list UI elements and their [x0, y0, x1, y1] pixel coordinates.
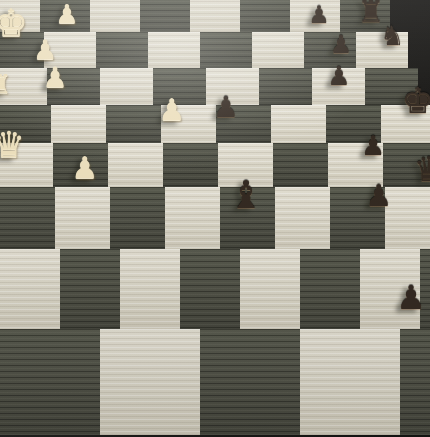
chess-square-h6 — [240, 0, 290, 32]
chess-piece-black-bishop-c5: ♝ — [229, 176, 263, 214]
chess-piece-black-pawn-d7-d7: ♟ — [361, 132, 385, 159]
chess-square-a2 — [100, 329, 200, 435]
chess-square-c1 — [0, 187, 55, 249]
chess-piece-white-queen-d1: ♛ — [0, 127, 25, 163]
chess-square-c2 — [55, 187, 110, 249]
chess-square-h5 — [190, 0, 240, 32]
chess-square-f3 — [100, 68, 153, 105]
chess-square-e3 — [106, 105, 161, 143]
chess-square-a5 — [400, 329, 430, 435]
chess-square-g6 — [252, 32, 304, 68]
chess-piece-white-rook-f1: ♜ — [0, 71, 12, 97]
chess-square-h4 — [140, 0, 190, 32]
chess-piece-white-pawn-f2-f2: ♟ — [42, 64, 67, 92]
chess-square-c3 — [110, 187, 165, 249]
chess-square-f6 — [259, 68, 312, 105]
chess-square-c6 — [275, 187, 330, 249]
chess-square-d3 — [108, 143, 163, 187]
chess-square-d4 — [163, 143, 218, 187]
chess-piece-black-pawn-f7-f7: ♟ — [327, 63, 350, 89]
chess-piece-black-queen-d8: ♛ — [414, 152, 430, 186]
chess-piece-black-knight-g8: ♞ — [380, 22, 404, 49]
chess-piece-white-pawn-c2-c2: ♟ — [72, 153, 99, 183]
chess-piece-white-pawn-g2-g2: ♟ — [33, 36, 57, 63]
chess-square-b5 — [240, 249, 300, 329]
chess-piece-white-pawn-e4-e4: ♟ — [159, 95, 186, 125]
chess-square-b2 — [60, 249, 120, 329]
chess-square-a3 — [200, 329, 300, 435]
chess-piece-black-king-e8: ♚ — [402, 83, 430, 119]
chess-square-c4 — [165, 187, 220, 249]
chess-square-b1 — [0, 249, 60, 329]
chess-piece-black-pawn-c7-c7: ♟ — [366, 181, 393, 211]
chess-square-e2 — [51, 105, 106, 143]
chess-square-a1 — [0, 329, 100, 435]
chess-square-a4 — [300, 329, 400, 435]
chess-piece-black-pawn-g7-g7: ♟ — [330, 32, 352, 57]
chess-square-e6 — [271, 105, 326, 143]
chess-piece-black-pawn-b7-b7: ♟ — [396, 281, 426, 314]
chess-square-b6 — [300, 249, 360, 329]
chess-square-g3 — [96, 32, 148, 68]
chess-square-d6 — [273, 143, 328, 187]
chess-square-b3 — [120, 249, 180, 329]
chess-piece-black-pawn-e5-e5: ♟ — [213, 93, 239, 122]
chess-square-b4 — [180, 249, 240, 329]
board-row-file-b — [0, 249, 430, 329]
chess-square-g4 — [148, 32, 200, 68]
chess-piece-white-pawn-h2-h2: ♟ — [55, 1, 78, 27]
chess-square-g5 — [200, 32, 252, 68]
photo-background: ♚♜♛♟♟♟♟♟♜♞♚♛♝♟♟♟♟♟♟♟ — [0, 0, 430, 437]
chess-piece-white-king-g1: ♚ — [0, 4, 28, 42]
chess-piece-black-pawn-h7-h7: ♟ — [308, 3, 330, 27]
chess-square-h3 — [90, 0, 140, 32]
board-row-file-a — [0, 329, 430, 435]
